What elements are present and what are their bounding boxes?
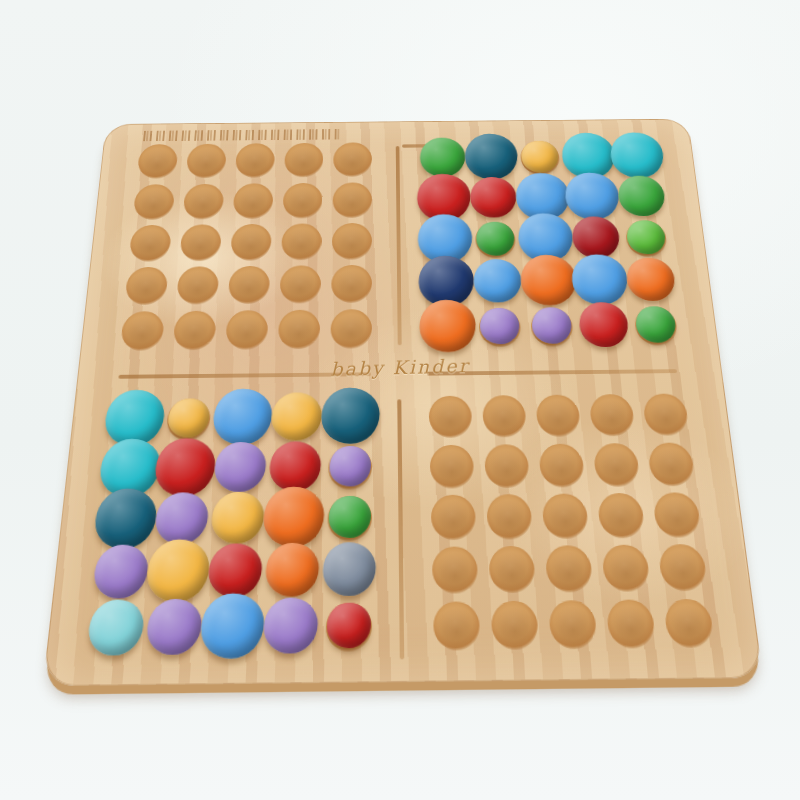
hole-dimple [657, 544, 707, 591]
felt-ball-gray[interactable] [322, 543, 375, 597]
board-hole[interactable] [322, 442, 377, 493]
felt-ball-yellow[interactable] [211, 492, 265, 544]
hole-dimple [484, 444, 530, 488]
quadrant-bottom-right [423, 390, 720, 654]
hole-dimple [542, 493, 589, 539]
hole-dimple [180, 224, 222, 261]
board-hole[interactable] [425, 491, 482, 544]
hole-dimple [652, 492, 701, 538]
felt-ball-orange[interactable] [265, 543, 319, 597]
board-hole[interactable] [181, 141, 232, 181]
board-hole[interactable] [427, 597, 487, 654]
hole-dimple [230, 224, 272, 261]
board-hole[interactable] [156, 444, 214, 495]
board-hole[interactable] [424, 441, 480, 492]
felt-ball-purple[interactable] [214, 441, 267, 491]
hole-dimple [125, 267, 169, 305]
board-hole[interactable] [230, 141, 280, 181]
board-hole[interactable] [530, 392, 587, 441]
board-hole[interactable] [274, 263, 326, 307]
board-hole[interactable] [143, 600, 205, 657]
hole-dimple [183, 183, 225, 219]
board-hole[interactable] [615, 177, 669, 218]
board-hole[interactable] [119, 264, 174, 308]
board-hole[interactable] [328, 140, 377, 180]
hole-dimple [482, 395, 527, 437]
hole-dimple [589, 394, 635, 436]
quadrant-top-right [418, 137, 684, 350]
felt-ball-orange[interactable] [625, 258, 677, 302]
board-hole[interactable] [422, 305, 475, 351]
felt-ball-teal[interactable] [93, 488, 159, 549]
quadrant-top-left [115, 140, 377, 354]
board-hole[interactable] [470, 219, 522, 262]
board-hole[interactable] [483, 543, 542, 598]
hole-dimple [331, 265, 372, 303]
board-hole[interactable] [171, 264, 225, 308]
hole-dimple [593, 443, 640, 487]
hole-dimple [235, 143, 275, 178]
board-hole[interactable] [265, 493, 322, 546]
hole-dimple [597, 493, 645, 539]
hole-dimple [233, 183, 274, 219]
felt-ball-skyblue[interactable] [563, 172, 620, 220]
board-hole[interactable] [115, 308, 171, 354]
felt-ball-yellow[interactable] [271, 393, 322, 441]
comb-notches-decoration [143, 129, 339, 141]
board-hole[interactable] [263, 545, 321, 600]
board-hole[interactable] [479, 440, 536, 491]
hole-dimple [430, 444, 475, 488]
board-hole[interactable] [277, 180, 327, 221]
board-hole[interactable] [623, 259, 679, 303]
board-hole[interactable] [536, 490, 595, 543]
quadrant-bottom-left [85, 394, 378, 658]
felt-ball-paleblue[interactable] [87, 599, 146, 655]
board-hole[interactable] [636, 390, 695, 439]
hole-dimple [330, 309, 372, 349]
hole-dimple [333, 142, 372, 177]
hole-dimple [606, 599, 656, 648]
board-hole[interactable] [279, 140, 329, 180]
felt-ball-red[interactable] [269, 441, 321, 491]
board-hole[interactable] [269, 394, 324, 443]
board-hole[interactable] [467, 139, 517, 179]
board-hole[interactable] [566, 177, 619, 218]
board-hole[interactable] [646, 489, 707, 542]
board-hole[interactable] [583, 391, 641, 440]
felt-ball-red[interactable] [154, 438, 217, 497]
board-hole[interactable] [627, 303, 684, 349]
felt-ball-green[interactable] [616, 175, 666, 216]
board-hole[interactable] [611, 137, 664, 177]
felt-ball-orange[interactable] [520, 255, 579, 306]
hole-dimple [545, 546, 593, 593]
board-hole[interactable] [128, 181, 181, 222]
board-hole[interactable] [225, 221, 277, 264]
hole-dimple [332, 182, 372, 218]
felt-ball-red[interactable] [470, 177, 518, 218]
board-hole[interactable] [477, 392, 533, 441]
felt-ball-teal[interactable] [464, 134, 519, 180]
felt-ball-red[interactable] [207, 544, 262, 598]
board-hole[interactable] [651, 541, 714, 596]
hole-dimple [186, 144, 227, 179]
quadrant-divider-groove-bottom-vertical [397, 399, 404, 659]
felt-ball-teal[interactable] [321, 388, 380, 445]
wooden-board: baby Kinder [43, 119, 763, 686]
board-hole[interactable] [211, 443, 268, 494]
board-hole[interactable] [471, 261, 524, 305]
board-hole[interactable] [132, 142, 184, 182]
board-hole[interactable] [533, 440, 591, 491]
felt-ball-red[interactable] [578, 302, 630, 347]
photo-background: baby Kinder [0, 0, 800, 800]
hole-dimple [486, 494, 533, 540]
hole-dimple [432, 547, 479, 594]
board-hole[interactable] [323, 394, 377, 443]
board-hole[interactable] [205, 546, 265, 601]
quadrant-divider-groove-top-vertical [396, 146, 402, 345]
felt-ball-purple[interactable] [263, 597, 318, 653]
hole-dimple [647, 442, 695, 486]
board-hole[interactable] [657, 595, 721, 652]
felt-ball-skyblue[interactable] [212, 389, 273, 446]
board-hole[interactable] [619, 217, 674, 260]
board-hole[interactable] [202, 600, 263, 657]
hole-dimple [228, 266, 270, 304]
felt-ball-skyblue[interactable] [473, 259, 522, 303]
board-hole[interactable] [641, 439, 701, 490]
hole-dimple [278, 309, 320, 349]
board-hole[interactable] [227, 180, 278, 221]
board-hole[interactable] [468, 178, 519, 219]
hole-dimple [331, 223, 371, 260]
board-hole[interactable] [260, 599, 320, 656]
felt-ball-cyan[interactable] [608, 132, 665, 178]
board-hole[interactable] [576, 303, 632, 349]
felt-ball-yellow[interactable] [145, 540, 211, 603]
hole-dimple [176, 267, 219, 305]
board-hole[interactable] [208, 493, 266, 546]
hole-dimple [548, 600, 597, 649]
hole-dimple [433, 601, 481, 650]
board-hole[interactable] [320, 544, 377, 599]
hole-dimple [129, 225, 172, 262]
board-hole[interactable] [272, 306, 325, 352]
board-hole[interactable] [426, 543, 484, 598]
board-hole[interactable] [167, 307, 222, 353]
board-hole[interactable] [325, 306, 377, 352]
felt-ball-orange[interactable] [420, 299, 478, 352]
board-hole[interactable] [481, 491, 539, 544]
board-hole[interactable] [542, 596, 604, 653]
felt-ball-green[interactable] [420, 138, 466, 177]
hole-dimple [642, 394, 689, 436]
board-hole[interactable] [152, 494, 211, 547]
hole-dimple [133, 184, 175, 220]
hole-dimple [538, 443, 585, 487]
felt-ball-purple[interactable] [93, 545, 151, 599]
felt-ball-skyblue[interactable] [570, 255, 629, 306]
board-hole[interactable] [85, 601, 148, 658]
board-hole[interactable] [321, 492, 377, 545]
hole-dimple [137, 144, 179, 179]
board-hole[interactable] [222, 263, 275, 307]
board-hole[interactable] [174, 222, 227, 265]
board-hole[interactable] [178, 181, 230, 222]
board-hole[interactable] [423, 393, 478, 442]
hole-dimple [535, 395, 581, 437]
hole-dimple [663, 599, 714, 648]
board-hole[interactable] [101, 444, 160, 495]
hole-dimple [120, 311, 165, 351]
board-hole[interactable] [214, 395, 270, 444]
board-hole[interactable] [539, 542, 600, 597]
board-hole[interactable] [473, 304, 527, 350]
hole-dimple [279, 266, 321, 304]
board-hole[interactable] [148, 546, 209, 601]
board-hole[interactable] [325, 262, 376, 306]
board-hole[interactable] [599, 595, 662, 652]
board-hole[interactable] [319, 599, 378, 656]
board-hole[interactable] [96, 495, 157, 548]
hole-dimple [429, 396, 473, 438]
board-hole[interactable] [522, 260, 576, 304]
hole-dimple [282, 182, 322, 218]
felt-ball-skyblue[interactable] [199, 593, 265, 659]
board-hole[interactable] [587, 439, 646, 490]
hole-dimple [225, 310, 268, 350]
board-hole[interactable] [276, 221, 327, 264]
board-hole[interactable] [572, 260, 627, 304]
hole-dimple [491, 600, 539, 649]
board-hole[interactable] [595, 541, 657, 596]
hole-dimple [431, 495, 477, 541]
felt-ball-darkred[interactable] [571, 216, 621, 258]
board-hole[interactable] [124, 222, 178, 265]
board-hole[interactable] [326, 220, 377, 263]
hole-dimple [281, 223, 322, 260]
felt-ball-orange[interactable] [262, 486, 324, 547]
felt-ball-purple[interactable] [154, 492, 209, 544]
hole-dimple [489, 546, 537, 593]
board-hole[interactable] [90, 547, 152, 602]
board-hole[interactable] [591, 489, 651, 542]
board-hole[interactable] [525, 304, 580, 350]
hole-dimple [601, 545, 650, 592]
board-hole[interactable] [485, 597, 546, 654]
board-hole[interactable] [327, 179, 377, 220]
board-hole[interactable] [220, 307, 274, 353]
engraved-logo-text: baby Kinder [330, 355, 470, 380]
felt-ball-purple[interactable] [146, 599, 204, 655]
hole-dimple [284, 143, 324, 178]
hole-dimple [173, 310, 217, 350]
